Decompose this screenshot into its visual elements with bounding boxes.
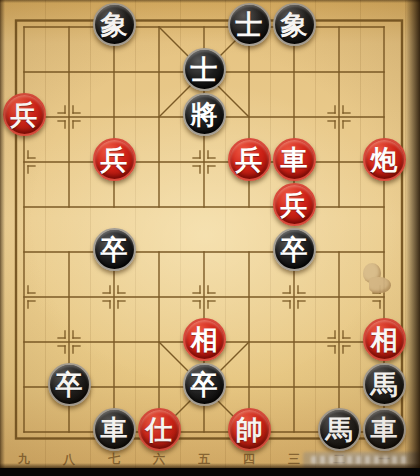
right-edge-shadow — [405, 0, 420, 476]
piece-black-horse[interactable]: 馬 — [363, 363, 406, 406]
piece-black-soldier[interactable]: 卒 — [183, 363, 226, 406]
piece-black-general[interactable]: 將 — [183, 93, 226, 136]
piece-red-advisor[interactable]: 仕 — [138, 408, 181, 451]
piece-black-soldier[interactable]: 卒 — [273, 228, 316, 271]
piece-red-soldier[interactable]: 兵 — [273, 183, 316, 226]
piece-red-elephant[interactable]: 相 — [183, 318, 226, 361]
piece-black-soldier[interactable]: 卒 — [48, 363, 91, 406]
xiangqi-board[interactable]: 九 八 七 六 五 四 三 二 一 象士象士兵將兵兵車炮兵卒卒相相卒卒馬車仕帥馬… — [0, 0, 420, 476]
bottom-black-bar — [0, 468, 420, 476]
piece-black-chariot[interactable]: 車 — [93, 408, 136, 451]
piece-black-elephant[interactable]: 象 — [273, 3, 316, 46]
piece-red-elephant[interactable]: 相 — [363, 318, 406, 361]
top-edge-shadow — [0, 0, 420, 3]
piece-red-soldier[interactable]: 兵 — [3, 93, 46, 136]
piece-black-chariot[interactable]: 車 — [363, 408, 406, 451]
piece-red-cannon[interactable]: 炮 — [363, 138, 406, 181]
piece-red-general[interactable]: 帥 — [228, 408, 271, 451]
hand-cursor-icon — [360, 261, 392, 301]
piece-red-soldier[interactable]: 兵 — [228, 138, 271, 181]
piece-black-advisor[interactable]: 士 — [228, 3, 271, 46]
left-edge-shadow — [0, 0, 5, 476]
piece-black-elephant[interactable]: 象 — [93, 3, 136, 46]
piece-red-chariot[interactable]: 車 — [273, 138, 316, 181]
piece-black-soldier[interactable]: 卒 — [93, 228, 136, 271]
piece-black-horse[interactable]: 馬 — [318, 408, 361, 451]
piece-red-soldier[interactable]: 兵 — [93, 138, 136, 181]
piece-black-advisor[interactable]: 士 — [183, 48, 226, 91]
